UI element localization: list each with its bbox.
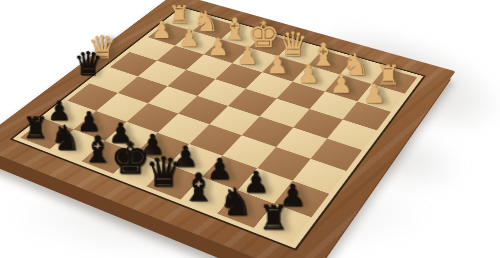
walnut-chess-board: ♛ ♛ ♜♞♝♚♛♝♞♜♟♟♟♟♟♟♟♟♟♟♟♟♟♟♟♟♜♞♝♚♛♝♞♜ <box>0 0 455 258</box>
chess-scene: ♛ ♛ ♜♞♝♚♛♝♞♜♟♟♟♟♟♟♟♟♟♟♟♟♟♟♟♟♜♞♝♚♛♝♞♜ <box>52 0 404 258</box>
product-photo-canvas: { "game": "chess", "scene_type": "perspe… <box>0 0 500 258</box>
piece-white-pawn-c2: ♟ <box>297 62 320 86</box>
piece-black-rook-a8: ♜ <box>258 203 288 235</box>
piece-black-queen-d8: ♛ <box>145 154 182 193</box>
piece-black-king-e8: ♚ <box>110 138 150 180</box>
piece-white-pawn-b2: ♟ <box>330 72 353 96</box>
piece-black-rook-h8: ♜ <box>22 115 49 143</box>
piece-black-knight-g8: ♞ <box>50 122 81 155</box>
piece-white-pawn-d2: ♟ <box>266 53 288 77</box>
piece-white-pawn-e2: ♟ <box>236 44 258 67</box>
piece-white-pawn-a2: ♟ <box>363 82 386 107</box>
spare-black-queen: ♛ <box>72 48 105 79</box>
board-inlay-border: ♜♞♝♚♛♝♞♜♟♟♟♟♟♟♟♟♟♟♟♟♟♟♟♟♜♞♝♚♛♝♞♜ <box>10 6 426 251</box>
piece-white-pawn-h2: ♟ <box>151 19 172 41</box>
piece-black-bishop-c8: ♝ <box>181 170 215 207</box>
piece-black-knight-b8: ♞ <box>218 185 252 221</box>
piece-black-bishop-f8: ♝ <box>81 133 114 168</box>
piece-white-pawn-g2: ♟ <box>179 27 200 50</box>
piece-white-pawn-f2: ♟ <box>207 36 229 59</box>
